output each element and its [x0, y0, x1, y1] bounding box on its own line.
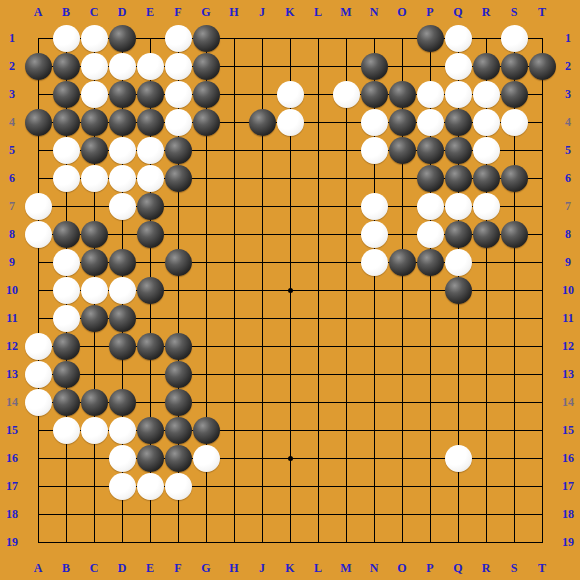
point-T9[interactable]	[528, 248, 556, 276]
point-C17[interactable]	[80, 472, 108, 500]
point-J19[interactable]	[248, 528, 276, 556]
point-G14[interactable]	[192, 388, 220, 416]
point-N15[interactable]	[360, 416, 388, 444]
point-T12[interactable]	[528, 332, 556, 360]
point-L6[interactable]	[304, 164, 332, 192]
point-N10[interactable]	[360, 276, 388, 304]
point-G4[interactable]	[192, 108, 220, 136]
point-L7[interactable]	[304, 192, 332, 220]
point-F7[interactable]	[164, 192, 192, 220]
point-E16[interactable]	[136, 444, 164, 472]
point-T5[interactable]	[528, 136, 556, 164]
point-T11[interactable]	[528, 304, 556, 332]
point-E11[interactable]	[136, 304, 164, 332]
point-O13[interactable]	[388, 360, 416, 388]
point-O9[interactable]	[388, 248, 416, 276]
point-Q15[interactable]	[444, 416, 472, 444]
point-D4[interactable]	[108, 108, 136, 136]
point-K13[interactable]	[276, 360, 304, 388]
point-E18[interactable]	[136, 500, 164, 528]
point-P15[interactable]	[416, 416, 444, 444]
point-M4[interactable]	[332, 108, 360, 136]
point-O4[interactable]	[388, 108, 416, 136]
point-S12[interactable]	[500, 332, 528, 360]
point-C18[interactable]	[80, 500, 108, 528]
point-A18[interactable]	[24, 500, 52, 528]
point-S3[interactable]	[500, 80, 528, 108]
point-P19[interactable]	[416, 528, 444, 556]
point-J10[interactable]	[248, 276, 276, 304]
point-R13[interactable]	[472, 360, 500, 388]
point-K11[interactable]	[276, 304, 304, 332]
point-A15[interactable]	[24, 416, 52, 444]
point-Q10[interactable]	[444, 276, 472, 304]
point-L11[interactable]	[304, 304, 332, 332]
point-B16[interactable]	[52, 444, 80, 472]
point-P4[interactable]	[416, 108, 444, 136]
point-F3[interactable]	[164, 80, 192, 108]
point-D1[interactable]	[108, 24, 136, 52]
point-H13[interactable]	[220, 360, 248, 388]
point-P3[interactable]	[416, 80, 444, 108]
point-R4[interactable]	[472, 108, 500, 136]
point-K7[interactable]	[276, 192, 304, 220]
point-T7[interactable]	[528, 192, 556, 220]
point-R16[interactable]	[472, 444, 500, 472]
point-K16[interactable]	[276, 444, 304, 472]
point-K6[interactable]	[276, 164, 304, 192]
point-E15[interactable]	[136, 416, 164, 444]
point-H1[interactable]	[220, 24, 248, 52]
point-T8[interactable]	[528, 220, 556, 248]
point-A10[interactable]	[24, 276, 52, 304]
point-D2[interactable]	[108, 52, 136, 80]
point-R2[interactable]	[472, 52, 500, 80]
point-J18[interactable]	[248, 500, 276, 528]
point-S10[interactable]	[500, 276, 528, 304]
point-G2[interactable]	[192, 52, 220, 80]
point-G3[interactable]	[192, 80, 220, 108]
point-H8[interactable]	[220, 220, 248, 248]
point-G10[interactable]	[192, 276, 220, 304]
point-Q11[interactable]	[444, 304, 472, 332]
point-C14[interactable]	[80, 388, 108, 416]
point-L19[interactable]	[304, 528, 332, 556]
point-M16[interactable]	[332, 444, 360, 472]
point-P2[interactable]	[416, 52, 444, 80]
point-T4[interactable]	[528, 108, 556, 136]
point-K17[interactable]	[276, 472, 304, 500]
point-H2[interactable]	[220, 52, 248, 80]
point-C4[interactable]	[80, 108, 108, 136]
point-J15[interactable]	[248, 416, 276, 444]
point-K10[interactable]	[276, 276, 304, 304]
point-S9[interactable]	[500, 248, 528, 276]
point-O3[interactable]	[388, 80, 416, 108]
point-D5[interactable]	[108, 136, 136, 164]
point-O14[interactable]	[388, 388, 416, 416]
point-F8[interactable]	[164, 220, 192, 248]
point-M15[interactable]	[332, 416, 360, 444]
point-G19[interactable]	[192, 528, 220, 556]
point-E3[interactable]	[136, 80, 164, 108]
point-R5[interactable]	[472, 136, 500, 164]
point-P11[interactable]	[416, 304, 444, 332]
point-O16[interactable]	[388, 444, 416, 472]
point-T10[interactable]	[528, 276, 556, 304]
point-D18[interactable]	[108, 500, 136, 528]
point-R19[interactable]	[472, 528, 500, 556]
point-B13[interactable]	[52, 360, 80, 388]
point-G7[interactable]	[192, 192, 220, 220]
point-B19[interactable]	[52, 528, 80, 556]
point-J6[interactable]	[248, 164, 276, 192]
point-J7[interactable]	[248, 192, 276, 220]
point-A12[interactable]	[24, 332, 52, 360]
point-P17[interactable]	[416, 472, 444, 500]
point-D6[interactable]	[108, 164, 136, 192]
point-E6[interactable]	[136, 164, 164, 192]
point-E19[interactable]	[136, 528, 164, 556]
point-M8[interactable]	[332, 220, 360, 248]
point-S13[interactable]	[500, 360, 528, 388]
point-R3[interactable]	[472, 80, 500, 108]
point-T6[interactable]	[528, 164, 556, 192]
point-Q5[interactable]	[444, 136, 472, 164]
point-L4[interactable]	[304, 108, 332, 136]
point-O6[interactable]	[388, 164, 416, 192]
point-D15[interactable]	[108, 416, 136, 444]
point-O7[interactable]	[388, 192, 416, 220]
point-K5[interactable]	[276, 136, 304, 164]
point-H17[interactable]	[220, 472, 248, 500]
point-D7[interactable]	[108, 192, 136, 220]
point-Q1[interactable]	[444, 24, 472, 52]
point-L17[interactable]	[304, 472, 332, 500]
point-F19[interactable]	[164, 528, 192, 556]
point-C9[interactable]	[80, 248, 108, 276]
point-H3[interactable]	[220, 80, 248, 108]
point-C1[interactable]	[80, 24, 108, 52]
point-P9[interactable]	[416, 248, 444, 276]
point-F14[interactable]	[164, 388, 192, 416]
point-E1[interactable]	[136, 24, 164, 52]
point-N19[interactable]	[360, 528, 388, 556]
point-O15[interactable]	[388, 416, 416, 444]
point-B12[interactable]	[52, 332, 80, 360]
point-C19[interactable]	[80, 528, 108, 556]
point-K12[interactable]	[276, 332, 304, 360]
point-B6[interactable]	[52, 164, 80, 192]
point-P18[interactable]	[416, 500, 444, 528]
point-B3[interactable]	[52, 80, 80, 108]
point-J11[interactable]	[248, 304, 276, 332]
point-P13[interactable]	[416, 360, 444, 388]
point-A3[interactable]	[24, 80, 52, 108]
point-K14[interactable]	[276, 388, 304, 416]
point-R12[interactable]	[472, 332, 500, 360]
point-J17[interactable]	[248, 472, 276, 500]
point-C7[interactable]	[80, 192, 108, 220]
point-A6[interactable]	[24, 164, 52, 192]
point-E8[interactable]	[136, 220, 164, 248]
point-Q12[interactable]	[444, 332, 472, 360]
point-A14[interactable]	[24, 388, 52, 416]
point-T14[interactable]	[528, 388, 556, 416]
point-H5[interactable]	[220, 136, 248, 164]
point-G15[interactable]	[192, 416, 220, 444]
point-O19[interactable]	[388, 528, 416, 556]
point-M1[interactable]	[332, 24, 360, 52]
point-N5[interactable]	[360, 136, 388, 164]
point-B1[interactable]	[52, 24, 80, 52]
point-B10[interactable]	[52, 276, 80, 304]
point-Q7[interactable]	[444, 192, 472, 220]
point-F12[interactable]	[164, 332, 192, 360]
point-Q2[interactable]	[444, 52, 472, 80]
point-B5[interactable]	[52, 136, 80, 164]
point-N13[interactable]	[360, 360, 388, 388]
point-P14[interactable]	[416, 388, 444, 416]
point-N6[interactable]	[360, 164, 388, 192]
point-M13[interactable]	[332, 360, 360, 388]
point-J16[interactable]	[248, 444, 276, 472]
point-Q14[interactable]	[444, 388, 472, 416]
point-F18[interactable]	[164, 500, 192, 528]
point-B4[interactable]	[52, 108, 80, 136]
point-Q17[interactable]	[444, 472, 472, 500]
point-A19[interactable]	[24, 528, 52, 556]
point-G5[interactable]	[192, 136, 220, 164]
point-N4[interactable]	[360, 108, 388, 136]
point-A16[interactable]	[24, 444, 52, 472]
point-N2[interactable]	[360, 52, 388, 80]
point-L16[interactable]	[304, 444, 332, 472]
point-P8[interactable]	[416, 220, 444, 248]
point-A7[interactable]	[24, 192, 52, 220]
point-R15[interactable]	[472, 416, 500, 444]
point-B9[interactable]	[52, 248, 80, 276]
point-E12[interactable]	[136, 332, 164, 360]
point-D19[interactable]	[108, 528, 136, 556]
point-Q4[interactable]	[444, 108, 472, 136]
point-H16[interactable]	[220, 444, 248, 472]
point-M17[interactable]	[332, 472, 360, 500]
point-R6[interactable]	[472, 164, 500, 192]
point-E9[interactable]	[136, 248, 164, 276]
point-G11[interactable]	[192, 304, 220, 332]
point-R10[interactable]	[472, 276, 500, 304]
point-D10[interactable]	[108, 276, 136, 304]
point-Q9[interactable]	[444, 248, 472, 276]
point-P12[interactable]	[416, 332, 444, 360]
point-K3[interactable]	[276, 80, 304, 108]
point-F2[interactable]	[164, 52, 192, 80]
point-E14[interactable]	[136, 388, 164, 416]
point-S19[interactable]	[500, 528, 528, 556]
point-K8[interactable]	[276, 220, 304, 248]
point-S8[interactable]	[500, 220, 528, 248]
point-F4[interactable]	[164, 108, 192, 136]
point-P6[interactable]	[416, 164, 444, 192]
point-L8[interactable]	[304, 220, 332, 248]
point-P10[interactable]	[416, 276, 444, 304]
point-H10[interactable]	[220, 276, 248, 304]
point-P1[interactable]	[416, 24, 444, 52]
point-F11[interactable]	[164, 304, 192, 332]
point-H18[interactable]	[220, 500, 248, 528]
point-F1[interactable]	[164, 24, 192, 52]
point-R7[interactable]	[472, 192, 500, 220]
point-K4[interactable]	[276, 108, 304, 136]
point-O5[interactable]	[388, 136, 416, 164]
point-D16[interactable]	[108, 444, 136, 472]
point-S1[interactable]	[500, 24, 528, 52]
point-G17[interactable]	[192, 472, 220, 500]
point-L10[interactable]	[304, 276, 332, 304]
point-G1[interactable]	[192, 24, 220, 52]
point-N11[interactable]	[360, 304, 388, 332]
point-H11[interactable]	[220, 304, 248, 332]
point-K19[interactable]	[276, 528, 304, 556]
point-J14[interactable]	[248, 388, 276, 416]
point-Q3[interactable]	[444, 80, 472, 108]
point-G13[interactable]	[192, 360, 220, 388]
point-Q16[interactable]	[444, 444, 472, 472]
point-K18[interactable]	[276, 500, 304, 528]
point-R9[interactable]	[472, 248, 500, 276]
point-S11[interactable]	[500, 304, 528, 332]
point-O8[interactable]	[388, 220, 416, 248]
point-T18[interactable]	[528, 500, 556, 528]
point-O10[interactable]	[388, 276, 416, 304]
point-M2[interactable]	[332, 52, 360, 80]
point-P16[interactable]	[416, 444, 444, 472]
point-F15[interactable]	[164, 416, 192, 444]
point-G6[interactable]	[192, 164, 220, 192]
point-J3[interactable]	[248, 80, 276, 108]
point-B17[interactable]	[52, 472, 80, 500]
point-S4[interactable]	[500, 108, 528, 136]
point-M11[interactable]	[332, 304, 360, 332]
point-S16[interactable]	[500, 444, 528, 472]
point-O18[interactable]	[388, 500, 416, 528]
point-C2[interactable]	[80, 52, 108, 80]
point-E2[interactable]	[136, 52, 164, 80]
point-H6[interactable]	[220, 164, 248, 192]
point-A17[interactable]	[24, 472, 52, 500]
point-B8[interactable]	[52, 220, 80, 248]
point-O11[interactable]	[388, 304, 416, 332]
point-E17[interactable]	[136, 472, 164, 500]
point-E5[interactable]	[136, 136, 164, 164]
point-L15[interactable]	[304, 416, 332, 444]
point-H15[interactable]	[220, 416, 248, 444]
point-G18[interactable]	[192, 500, 220, 528]
point-T16[interactable]	[528, 444, 556, 472]
point-A5[interactable]	[24, 136, 52, 164]
point-C15[interactable]	[80, 416, 108, 444]
point-C5[interactable]	[80, 136, 108, 164]
point-M10[interactable]	[332, 276, 360, 304]
point-M14[interactable]	[332, 388, 360, 416]
point-G8[interactable]	[192, 220, 220, 248]
point-S2[interactable]	[500, 52, 528, 80]
point-J8[interactable]	[248, 220, 276, 248]
point-A9[interactable]	[24, 248, 52, 276]
point-P7[interactable]	[416, 192, 444, 220]
point-N9[interactable]	[360, 248, 388, 276]
point-J9[interactable]	[248, 248, 276, 276]
point-H4[interactable]	[220, 108, 248, 136]
point-M6[interactable]	[332, 164, 360, 192]
point-B15[interactable]	[52, 416, 80, 444]
point-N8[interactable]	[360, 220, 388, 248]
point-M5[interactable]	[332, 136, 360, 164]
point-T19[interactable]	[528, 528, 556, 556]
point-L12[interactable]	[304, 332, 332, 360]
point-L9[interactable]	[304, 248, 332, 276]
point-K2[interactable]	[276, 52, 304, 80]
point-S5[interactable]	[500, 136, 528, 164]
point-O17[interactable]	[388, 472, 416, 500]
point-D8[interactable]	[108, 220, 136, 248]
point-H12[interactable]	[220, 332, 248, 360]
point-M12[interactable]	[332, 332, 360, 360]
point-M3[interactable]	[332, 80, 360, 108]
point-D14[interactable]	[108, 388, 136, 416]
point-D12[interactable]	[108, 332, 136, 360]
point-L18[interactable]	[304, 500, 332, 528]
point-F16[interactable]	[164, 444, 192, 472]
point-J13[interactable]	[248, 360, 276, 388]
point-L1[interactable]	[304, 24, 332, 52]
point-M19[interactable]	[332, 528, 360, 556]
point-K9[interactable]	[276, 248, 304, 276]
point-J12[interactable]	[248, 332, 276, 360]
point-H7[interactable]	[220, 192, 248, 220]
point-C13[interactable]	[80, 360, 108, 388]
point-S6[interactable]	[500, 164, 528, 192]
point-Q8[interactable]	[444, 220, 472, 248]
point-B7[interactable]	[52, 192, 80, 220]
point-F5[interactable]	[164, 136, 192, 164]
point-L13[interactable]	[304, 360, 332, 388]
point-L2[interactable]	[304, 52, 332, 80]
point-D3[interactable]	[108, 80, 136, 108]
point-M9[interactable]	[332, 248, 360, 276]
point-D11[interactable]	[108, 304, 136, 332]
point-R17[interactable]	[472, 472, 500, 500]
point-G12[interactable]	[192, 332, 220, 360]
point-O12[interactable]	[388, 332, 416, 360]
point-N14[interactable]	[360, 388, 388, 416]
point-S7[interactable]	[500, 192, 528, 220]
point-F10[interactable]	[164, 276, 192, 304]
point-H14[interactable]	[220, 388, 248, 416]
point-C11[interactable]	[80, 304, 108, 332]
point-J1[interactable]	[248, 24, 276, 52]
point-N1[interactable]	[360, 24, 388, 52]
point-K1[interactable]	[276, 24, 304, 52]
point-S17[interactable]	[500, 472, 528, 500]
point-C6[interactable]	[80, 164, 108, 192]
point-O2[interactable]	[388, 52, 416, 80]
point-N7[interactable]	[360, 192, 388, 220]
point-Q6[interactable]	[444, 164, 472, 192]
point-L14[interactable]	[304, 388, 332, 416]
point-F13[interactable]	[164, 360, 192, 388]
